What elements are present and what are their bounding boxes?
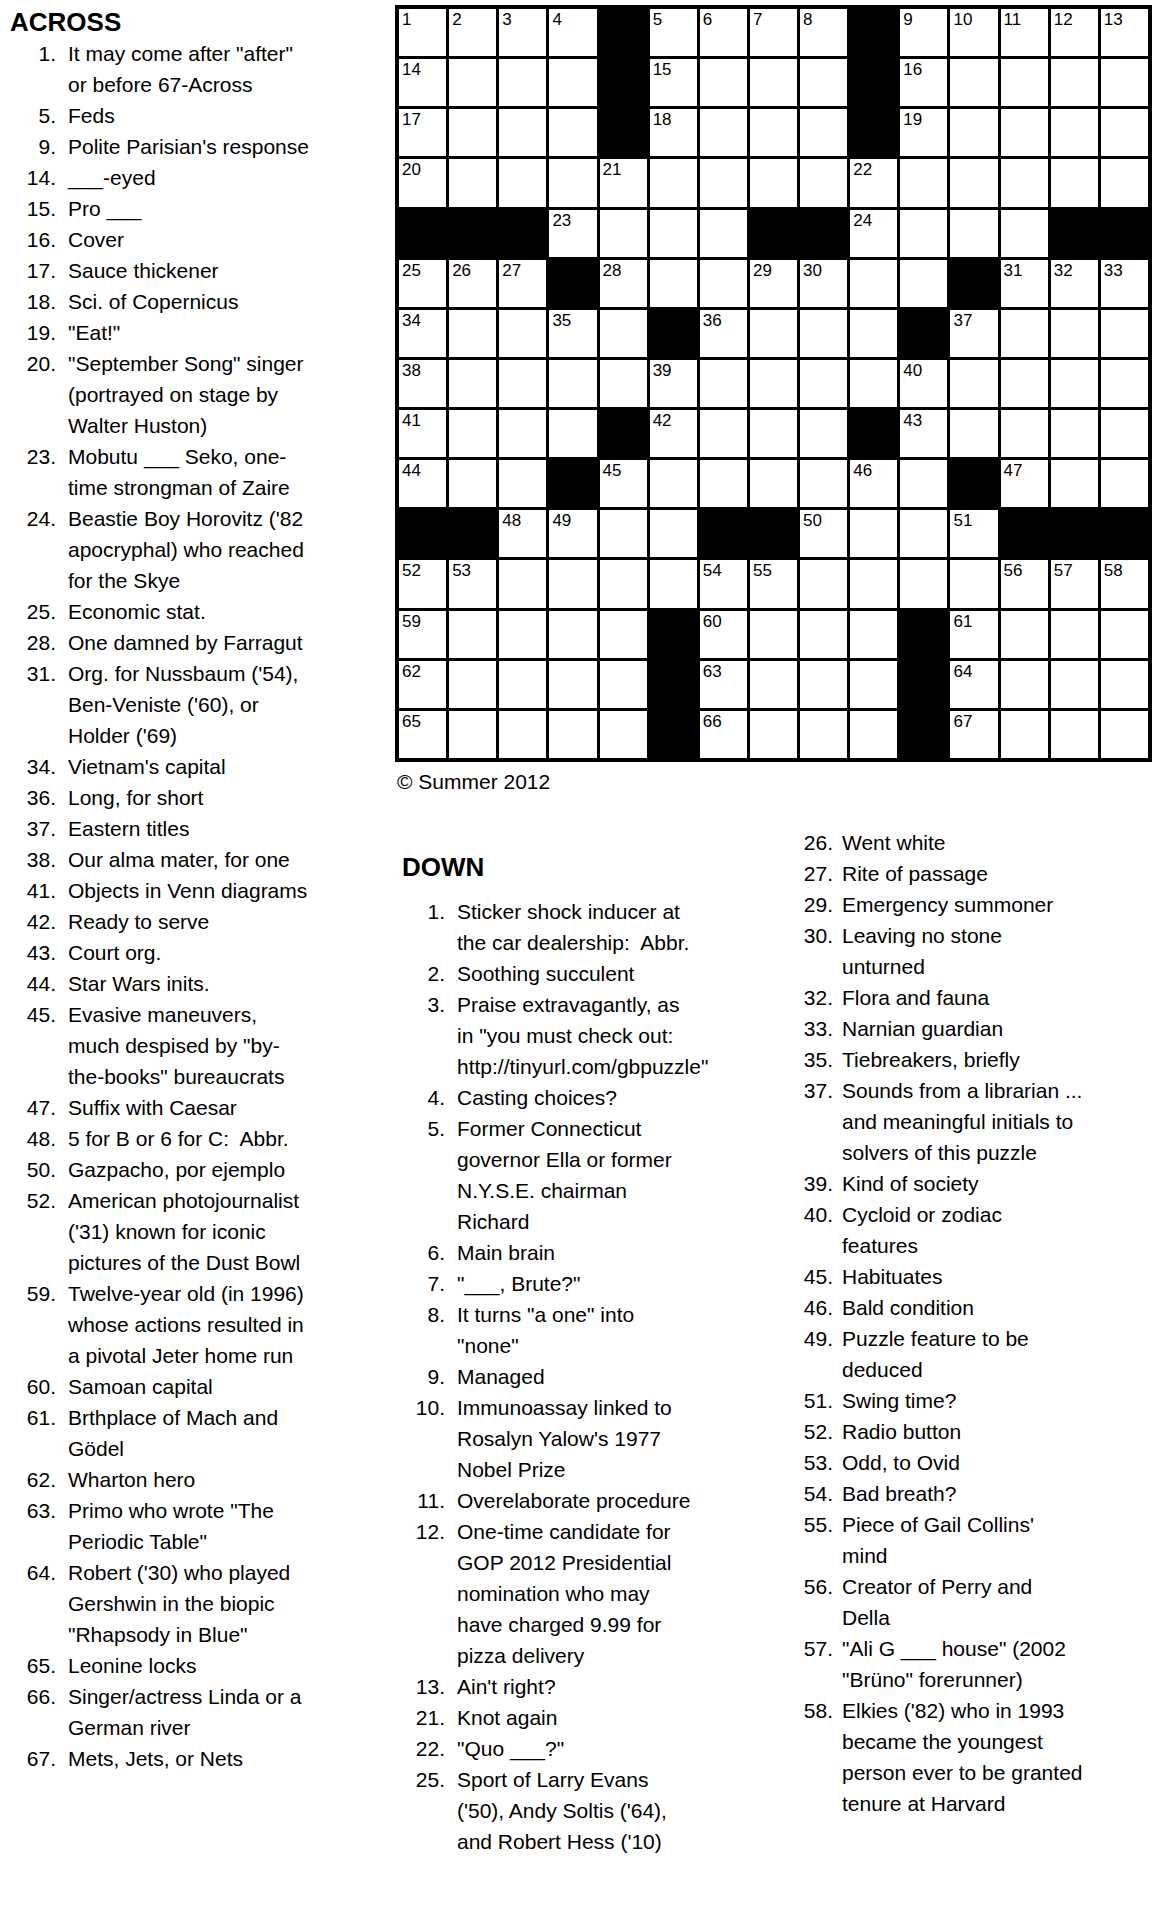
cell-number: 26 xyxy=(452,262,471,279)
grid-cell-r12c14[interactable]: 57 xyxy=(1051,560,1098,607)
grid-cell-r5c1 xyxy=(399,210,446,257)
grid-cell-r14c10[interactable] xyxy=(850,661,897,708)
cell-number: 50 xyxy=(803,512,822,529)
clue-item: 13Ain't right? xyxy=(402,1671,708,1702)
grid-cell-r12c11[interactable] xyxy=(900,560,947,607)
clue-text: Polite Parisian's response xyxy=(68,131,309,162)
grid-cell-r13c15[interactable] xyxy=(1101,611,1148,658)
grid-cell-r13c6 xyxy=(650,611,697,658)
grid-cell-r1c14[interactable]: 12 xyxy=(1051,9,1098,56)
grid-cell-r14c8[interactable] xyxy=(750,661,797,708)
grid-cell-r3c14[interactable] xyxy=(1051,109,1098,156)
grid-cell-r3c9[interactable] xyxy=(800,109,847,156)
grid-cell-r1c8[interactable]: 7 xyxy=(750,9,797,56)
grid-cell-r15c14[interactable] xyxy=(1051,711,1098,758)
clue-number: 7 xyxy=(402,1268,445,1299)
cell-number: 10 xyxy=(953,11,972,28)
grid-cell-r12c10[interactable] xyxy=(850,560,897,607)
clue-text: Flora and fauna xyxy=(842,982,989,1013)
grid-cell-r9c11[interactable]: 43 xyxy=(900,410,947,457)
cell-number: 19 xyxy=(903,111,922,128)
grid-cell-r15c15[interactable] xyxy=(1101,711,1148,758)
grid-cell-r10c3[interactable] xyxy=(499,460,546,507)
clue-number: 2 xyxy=(402,958,445,989)
grid-cell-r14c2[interactable] xyxy=(449,661,496,708)
grid-cell-r12c1[interactable]: 52 xyxy=(399,560,446,607)
cell-number: 59 xyxy=(402,613,421,630)
grid-cell-r13c9[interactable] xyxy=(800,611,847,658)
grid-cell-r8c8[interactable] xyxy=(750,360,797,407)
grid-cell-r2c2[interactable] xyxy=(449,59,496,106)
grid-cell-r7c14[interactable] xyxy=(1051,310,1098,357)
grid-cell-r12c8[interactable]: 55 xyxy=(750,560,797,607)
grid-cell-r7c5[interactable] xyxy=(600,310,647,357)
grid-cell-r14c4[interactable] xyxy=(549,661,596,708)
grid-cell-r3c8[interactable] xyxy=(750,109,797,156)
clue-number: 1 xyxy=(402,896,445,927)
cell-number: 39 xyxy=(653,362,672,379)
grid-cell-r8c3[interactable] xyxy=(499,360,546,407)
clue-item: 5Former Connecticut governor Ella or for… xyxy=(402,1113,708,1237)
clue-number: 33 xyxy=(789,1013,833,1044)
clue-text: Sticker shock inducer at the car dealers… xyxy=(457,896,689,958)
grid-cell-r9c6[interactable]: 42 xyxy=(650,410,697,457)
clue-text: "Ali G ___ house" (2002 "Brüno" forerunn… xyxy=(842,1633,1066,1695)
grid-cell-r10c6[interactable] xyxy=(650,460,697,507)
grid-cell-r3c2[interactable] xyxy=(449,109,496,156)
grid-cell-r1c15[interactable]: 13 xyxy=(1101,9,1148,56)
grid-cell-r14c12[interactable]: 64 xyxy=(950,661,997,708)
grid-cell-r4c1[interactable]: 20 xyxy=(399,159,446,206)
cell-number: 12 xyxy=(1054,11,1073,28)
clue-number: 45 xyxy=(12,999,56,1030)
grid-cell-r1c7[interactable]: 6 xyxy=(700,9,747,56)
grid-cell-r13c12[interactable]: 61 xyxy=(950,611,997,658)
grid-cell-r7c10[interactable] xyxy=(850,310,897,357)
grid-cell-r15c4[interactable] xyxy=(549,711,596,758)
grid-cell-r2c4[interactable] xyxy=(549,59,596,106)
grid-cell-r8c12[interactable] xyxy=(950,360,997,407)
clue-item: 16Cover xyxy=(12,224,309,255)
clue-number: 58 xyxy=(789,1695,833,1726)
clue-item: 40Cycloid or zodiac features xyxy=(789,1199,1083,1261)
grid-cell-r6c10[interactable] xyxy=(850,260,897,307)
grid-cell-r8c15[interactable] xyxy=(1101,360,1148,407)
grid-cell-r6c8[interactable]: 29 xyxy=(750,260,797,307)
clue-item: 9Managed xyxy=(402,1361,708,1392)
grid-cell-r7c12[interactable]: 37 xyxy=(950,310,997,357)
cell-number: 30 xyxy=(803,262,822,279)
grid-cell-r1c9[interactable]: 8 xyxy=(800,9,847,56)
grid-cell-r14c9[interactable] xyxy=(800,661,847,708)
grid-cell-r2c6[interactable]: 15 xyxy=(650,59,697,106)
grid-cell-r3c1[interactable]: 17 xyxy=(399,109,446,156)
cell-number: 5 xyxy=(653,11,662,28)
grid-cell-r10c8[interactable] xyxy=(750,460,797,507)
grid-cell-r12c12[interactable] xyxy=(950,560,997,607)
grid-cell-r10c14[interactable] xyxy=(1051,460,1098,507)
grid-cell-r2c8[interactable] xyxy=(750,59,797,106)
grid-cell-r3c5 xyxy=(600,109,647,156)
grid-cell-r15c7[interactable]: 66 xyxy=(700,711,747,758)
grid-cell-r6c13[interactable]: 31 xyxy=(1001,260,1048,307)
clue-item: 36Long, for short xyxy=(12,782,309,813)
grid-cell-r7c8[interactable] xyxy=(750,310,797,357)
grid-cell-r3c3[interactable] xyxy=(499,109,546,156)
grid-cell-r4c13[interactable] xyxy=(1001,159,1048,206)
clue-text: Robert ('30) who played Gershwin in the … xyxy=(68,1557,290,1650)
clue-text: Radio button xyxy=(842,1416,961,1447)
grid-cell-r10c9[interactable] xyxy=(800,460,847,507)
grid-cell-r1c1[interactable]: 1 xyxy=(399,9,446,56)
grid-cell-r6c14[interactable]: 32 xyxy=(1051,260,1098,307)
cell-number: 55 xyxy=(753,562,772,579)
clue-text: Went white xyxy=(842,827,946,858)
grid-cell-r2c9[interactable] xyxy=(800,59,847,106)
grid-cell-r6c12 xyxy=(950,260,997,307)
grid-cell-r4c14[interactable] xyxy=(1051,159,1098,206)
grid-cell-r9c12[interactable] xyxy=(950,410,997,457)
grid-cell-r3c4[interactable] xyxy=(549,109,596,156)
grid-cell-r10c1[interactable]: 44 xyxy=(399,460,446,507)
cell-number: 29 xyxy=(753,262,772,279)
grid-cell-r7c3[interactable] xyxy=(499,310,546,357)
grid-cell-r13c3[interactable] xyxy=(499,611,546,658)
cell-number: 24 xyxy=(853,212,872,229)
grid-cell-r13c1[interactable]: 59 xyxy=(399,611,446,658)
grid-cell-r6c1[interactable]: 25 xyxy=(399,260,446,307)
grid-cell-r1c2[interactable]: 2 xyxy=(449,9,496,56)
grid-cell-r2c1[interactable]: 14 xyxy=(399,59,446,106)
grid-cell-r13c7[interactable]: 60 xyxy=(700,611,747,658)
clue-item: 47Suffix with Caesar xyxy=(12,1092,309,1123)
grid-cell-r13c5[interactable] xyxy=(600,611,647,658)
grid-cell-r8c9[interactable] xyxy=(800,360,847,407)
grid-cell-r9c1[interactable]: 41 xyxy=(399,410,446,457)
grid-cell-r9c13[interactable] xyxy=(1001,410,1048,457)
grid-cell-r2c12[interactable] xyxy=(950,59,997,106)
clue-text: Ready to serve xyxy=(68,906,209,937)
grid-cell-r14c5[interactable] xyxy=(600,661,647,708)
grid-cell-r5c11[interactable] xyxy=(900,210,947,257)
grid-cell-r4c10[interactable]: 22 xyxy=(850,159,897,206)
grid-cell-r2c11[interactable]: 16 xyxy=(900,59,947,106)
grid-cell-r10c11[interactable] xyxy=(900,460,947,507)
grid-cell-r9c2[interactable] xyxy=(449,410,496,457)
grid-cell-r15c12[interactable]: 67 xyxy=(950,711,997,758)
grid-cell-r13c10[interactable] xyxy=(850,611,897,658)
cell-number: 51 xyxy=(953,512,972,529)
grid-cell-r13c14[interactable] xyxy=(1051,611,1098,658)
clue-text: Sounds from a librarian ... and meaningf… xyxy=(842,1075,1082,1168)
grid-cell-r11c10[interactable] xyxy=(850,510,897,557)
clue-number: 65 xyxy=(12,1650,56,1681)
clue-number: 51 xyxy=(789,1385,833,1416)
grid-cell-r6c3[interactable]: 27 xyxy=(499,260,546,307)
clue-item: 10Immunoassay linked to Rosalyn Yalow's … xyxy=(402,1392,708,1485)
clue-item: 28One damned by Farragut xyxy=(12,627,309,658)
grid-cell-r5c12[interactable] xyxy=(950,210,997,257)
grid-cell-r4c9[interactable] xyxy=(800,159,847,206)
grid-cell-r3c12[interactable] xyxy=(950,109,997,156)
grid-cell-r10c15[interactable] xyxy=(1101,460,1148,507)
grid-cell-r15c8[interactable] xyxy=(750,711,797,758)
grid-cell-r12c5[interactable] xyxy=(600,560,647,607)
grid-cell-r11c11[interactable] xyxy=(900,510,947,557)
cell-number: 45 xyxy=(603,462,622,479)
grid-cell-r5c14 xyxy=(1051,210,1098,257)
grid-cell-r2c15[interactable] xyxy=(1101,59,1148,106)
grid-cell-r8c13[interactable] xyxy=(1001,360,1048,407)
grid-cell-r7c4[interactable]: 35 xyxy=(549,310,596,357)
grid-cell-r8c6[interactable]: 39 xyxy=(650,360,697,407)
grid-cell-r10c10[interactable]: 46 xyxy=(850,460,897,507)
grid-cell-r9c7[interactable] xyxy=(700,410,747,457)
grid-cell-r15c10[interactable] xyxy=(850,711,897,758)
clue-number: 46 xyxy=(789,1292,833,1323)
clue-text: Pro ___ xyxy=(68,193,142,224)
cell-number: 38 xyxy=(402,362,421,379)
grid-cell-r5c7[interactable] xyxy=(700,210,747,257)
grid-cell-r4c11[interactable] xyxy=(900,159,947,206)
grid-cell-r4c5[interactable]: 21 xyxy=(600,159,647,206)
clue-item: 24Beastie Boy Horovitz ('82 apocryphal) … xyxy=(12,503,309,596)
grid-cell-r13c2[interactable] xyxy=(449,611,496,658)
clue-text: Sci. of Copernicus xyxy=(68,286,238,317)
clue-number: 31 xyxy=(12,658,56,689)
clue-number: 5 xyxy=(12,100,56,131)
grid-cell-r4c2[interactable] xyxy=(449,159,496,206)
clue-item: 62Wharton hero xyxy=(12,1464,309,1495)
cell-number: 32 xyxy=(1054,262,1073,279)
grid-cell-r7c1[interactable]: 34 xyxy=(399,310,446,357)
grid-cell-r12c6[interactable] xyxy=(650,560,697,607)
grid-cell-r10c2[interactable] xyxy=(449,460,496,507)
clue-text: It turns "a one" into "none" xyxy=(457,1299,634,1361)
clue-text: Swing time? xyxy=(842,1385,956,1416)
grid-cell-r5c5[interactable] xyxy=(600,210,647,257)
grid-cell-r13c4[interactable] xyxy=(549,611,596,658)
grid-cell-r15c13[interactable] xyxy=(1001,711,1048,758)
clue-number: 25 xyxy=(402,1764,445,1795)
grid-cell-r4c4[interactable] xyxy=(549,159,596,206)
grid-cell-r8c4[interactable] xyxy=(549,360,596,407)
grid-cell-r5c6[interactable] xyxy=(650,210,697,257)
grid-cell-r11c4[interactable]: 49 xyxy=(549,510,596,557)
grid-cell-r11c3[interactable]: 48 xyxy=(499,510,546,557)
grid-cell-r9c8[interactable] xyxy=(750,410,797,457)
grid-cell-r4c3[interactable] xyxy=(499,159,546,206)
grid-cell-r12c3[interactable] xyxy=(499,560,546,607)
grid-cell-r8c14[interactable] xyxy=(1051,360,1098,407)
clue-text: Kind of society xyxy=(842,1168,979,1199)
grid-cell-r11c6[interactable] xyxy=(650,510,697,557)
clue-number: 61 xyxy=(12,1402,56,1433)
grid-cell-r11c14 xyxy=(1051,510,1098,557)
grid-cell-r14c1[interactable]: 62 xyxy=(399,661,446,708)
grid-cell-r8c5[interactable] xyxy=(600,360,647,407)
grid-cell-r7c2[interactable] xyxy=(449,310,496,357)
grid-cell-r9c14[interactable] xyxy=(1051,410,1098,457)
grid-cell-r3c15[interactable] xyxy=(1101,109,1148,156)
grid-cell-r7c13[interactable] xyxy=(1001,310,1048,357)
clue-number: 43 xyxy=(12,937,56,968)
clue-item: 18Sci. of Copernicus xyxy=(12,286,309,317)
clue-text: Narnian guardian xyxy=(842,1013,1003,1044)
clue-item: 29Emergency summoner xyxy=(789,889,1083,920)
grid-cell-r4c15[interactable] xyxy=(1101,159,1148,206)
grid-cell-r3c7[interactable] xyxy=(700,109,747,156)
clue-text: Leaving no stone unturned xyxy=(842,920,1002,982)
grid-cell-r9c3[interactable] xyxy=(499,410,546,457)
grid-cell-r2c3[interactable] xyxy=(499,59,546,106)
grid-cell-r5c10[interactable]: 24 xyxy=(850,210,897,257)
grid-cell-r11c12[interactable]: 51 xyxy=(950,510,997,557)
grid-cell-r14c3[interactable] xyxy=(499,661,546,708)
grid-cell-r15c2[interactable] xyxy=(449,711,496,758)
clue-number: 53 xyxy=(789,1447,833,1478)
grid-cell-r1c13[interactable]: 11 xyxy=(1001,9,1048,56)
grid-cell-r12c7[interactable]: 54 xyxy=(700,560,747,607)
grid-cell-r14c11 xyxy=(900,661,947,708)
clue-number: 49 xyxy=(789,1323,833,1354)
grid-cell-r15c9[interactable] xyxy=(800,711,847,758)
clue-number: 18 xyxy=(12,286,56,317)
clue-number: 44 xyxy=(12,968,56,999)
clue-item: 58Elkies ('82) who in 1993 became the yo… xyxy=(789,1695,1083,1819)
clue-number: 23 xyxy=(12,441,56,472)
grid-cell-r14c7[interactable]: 63 xyxy=(700,661,747,708)
clue-number: 15 xyxy=(12,193,56,224)
grid-cell-r1c12[interactable]: 10 xyxy=(950,9,997,56)
grid-cell-r3c11[interactable]: 19 xyxy=(900,109,947,156)
grid-cell-r5c13[interactable] xyxy=(1001,210,1048,257)
grid-cell-r8c7[interactable] xyxy=(700,360,747,407)
grid-cell-r2c7[interactable] xyxy=(700,59,747,106)
clue-number: 9 xyxy=(402,1361,445,1392)
clue-item: 35Tiebreakers, briefly xyxy=(789,1044,1083,1075)
clue-item: 9Polite Parisian's response xyxy=(12,131,309,162)
grid-cell-r15c3[interactable] xyxy=(499,711,546,758)
clue-number: 29 xyxy=(789,889,833,920)
grid-cell-r4c8[interactable] xyxy=(750,159,797,206)
grid-cell-r12c9[interactable] xyxy=(800,560,847,607)
cell-number: 1 xyxy=(402,11,411,28)
clue-number: 32 xyxy=(789,982,833,1013)
grid-cell-r1c4[interactable]: 4 xyxy=(549,9,596,56)
grid-cell-r12c4[interactable] xyxy=(549,560,596,607)
grid-cell-r3c6[interactable]: 18 xyxy=(650,109,697,156)
clue-text: Puzzle feature to be deduced xyxy=(842,1323,1029,1385)
grid-cell-r5c4[interactable]: 23 xyxy=(549,210,596,257)
clue-number: 64 xyxy=(12,1557,56,1588)
grid-cell-r11c5[interactable] xyxy=(600,510,647,557)
grid-cell-r6c5[interactable]: 28 xyxy=(600,260,647,307)
cell-number: 34 xyxy=(402,312,421,329)
cell-number: 35 xyxy=(552,312,571,329)
grid-cell-r1c11[interactable]: 9 xyxy=(900,9,947,56)
grid-cell-r9c4[interactable] xyxy=(549,410,596,457)
grid-cell-r2c10 xyxy=(850,59,897,106)
grid-cell-r5c8 xyxy=(750,210,797,257)
clue-number: 21 xyxy=(402,1702,445,1733)
clue-text: Elkies ('82) who in 1993 became the youn… xyxy=(842,1695,1083,1819)
grid-cell-r1c3[interactable]: 3 xyxy=(499,9,546,56)
grid-cell-r14c15[interactable] xyxy=(1101,661,1148,708)
grid-cell-r8c1[interactable]: 38 xyxy=(399,360,446,407)
cell-number: 49 xyxy=(552,512,571,529)
grid-cell-r7c15[interactable] xyxy=(1101,310,1148,357)
grid-cell-r4c7[interactable] xyxy=(700,159,747,206)
grid-cell-r12c15[interactable]: 58 xyxy=(1101,560,1148,607)
grid-cell-r6c15[interactable]: 33 xyxy=(1101,260,1148,307)
clue-item: 50Gazpacho, por ejemplo xyxy=(12,1154,309,1185)
cell-number: 44 xyxy=(402,462,421,479)
clue-text: Knot again xyxy=(457,1702,557,1733)
grid-cell-r10c5[interactable]: 45 xyxy=(600,460,647,507)
grid-cell-r1c6[interactable]: 5 xyxy=(650,9,697,56)
clue-number: 56 xyxy=(789,1571,833,1602)
grid-cell-r10c13[interactable]: 47 xyxy=(1001,460,1048,507)
grid-cell-r6c2[interactable]: 26 xyxy=(449,260,496,307)
grid-cell-r7c7[interactable]: 36 xyxy=(700,310,747,357)
across-clue-list: 1It may come after "after" or before 67-… xyxy=(12,38,309,1774)
grid-cell-r14c14[interactable] xyxy=(1051,661,1098,708)
grid-cell-r12c2[interactable]: 53 xyxy=(449,560,496,607)
grid-cell-r7c9[interactable] xyxy=(800,310,847,357)
clue-text: Cover xyxy=(68,224,124,255)
grid-cell-r8c10[interactable] xyxy=(850,360,897,407)
grid-cell-r12c13[interactable]: 56 xyxy=(1001,560,1048,607)
cell-number: 25 xyxy=(402,262,421,279)
clue-number: 45 xyxy=(789,1261,833,1292)
clue-number: 12 xyxy=(402,1516,445,1547)
grid-cell-r3c13[interactable] xyxy=(1001,109,1048,156)
grid-cell-r9c15[interactable] xyxy=(1101,410,1148,457)
cell-number: 37 xyxy=(953,312,972,329)
clue-number: 28 xyxy=(12,627,56,658)
grid-cell-r14c13[interactable] xyxy=(1001,661,1048,708)
clue-item: 39Kind of society xyxy=(789,1168,1083,1199)
grid-cell-r13c13[interactable] xyxy=(1001,611,1048,658)
clue-text: Emergency summoner xyxy=(842,889,1053,920)
grid-cell-r8c11[interactable]: 40 xyxy=(900,360,947,407)
grid-cell-r13c8[interactable] xyxy=(750,611,797,658)
grid-cell-r14c6 xyxy=(650,661,697,708)
clue-number: 50 xyxy=(12,1154,56,1185)
clue-text: Piece of Gail Collins' mind xyxy=(842,1509,1034,1571)
grid-cell-r10c4 xyxy=(549,460,596,507)
grid-cell-r8c2[interactable] xyxy=(449,360,496,407)
grid-cell-r10c7[interactable] xyxy=(700,460,747,507)
grid-cell-r4c6[interactable] xyxy=(650,159,697,206)
grid-cell-r6c9[interactable]: 30 xyxy=(800,260,847,307)
grid-cell-r4c12[interactable] xyxy=(950,159,997,206)
grid-cell-r6c7[interactable] xyxy=(700,260,747,307)
grid-cell-r15c5[interactable] xyxy=(600,711,647,758)
clue-text: Tiebreakers, briefly xyxy=(842,1044,1020,1075)
grid-cell-r15c11 xyxy=(900,711,947,758)
clue-item: 38Our alma mater, for one xyxy=(12,844,309,875)
grid-cell-r6c6[interactable] xyxy=(650,260,697,307)
grid-cell-r15c1[interactable]: 65 xyxy=(399,711,446,758)
clue-number: 30 xyxy=(789,920,833,951)
grid-cell-r2c13[interactable] xyxy=(1001,59,1048,106)
grid-cell-r9c9[interactable] xyxy=(800,410,847,457)
grid-cell-r2c14[interactable] xyxy=(1051,59,1098,106)
grid-cell-r11c9[interactable]: 50 xyxy=(800,510,847,557)
grid-cell-r6c11[interactable] xyxy=(900,260,947,307)
